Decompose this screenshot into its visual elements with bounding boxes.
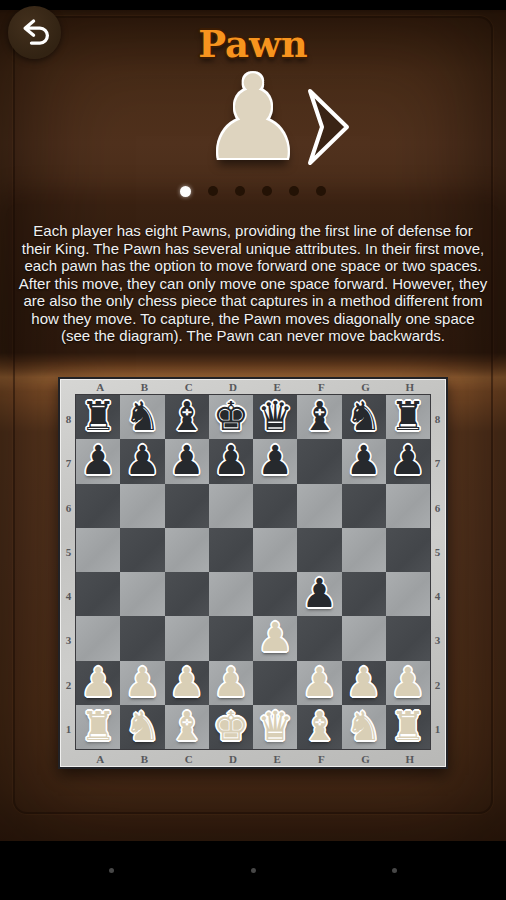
square-e3: ♟ [253, 616, 297, 660]
square-e4 [253, 572, 297, 616]
white-rook-h1: ♜ [390, 706, 426, 746]
white-bishop-f1: ♝ [301, 706, 337, 746]
rank-label-4: 4 [62, 574, 75, 618]
hero-section: ♟ [0, 68, 506, 188]
square-d3 [209, 616, 253, 660]
android-nav-bar [0, 841, 506, 900]
file-label-d: D [211, 752, 255, 766]
square-c7: ♟ [165, 439, 209, 483]
square-g6 [342, 484, 386, 528]
file-label-e: E [255, 380, 299, 394]
black-queen-e8: ♛ [257, 396, 293, 436]
square-b2: ♟ [120, 661, 164, 705]
square-b5 [120, 528, 164, 572]
white-pawn-a2: ♟ [80, 662, 116, 702]
square-f4: ♟ [297, 572, 341, 616]
white-knight-g1: ♞ [346, 706, 382, 746]
square-d1: ♚ [209, 705, 253, 749]
file-label-b: B [122, 380, 166, 394]
square-g4 [342, 572, 386, 616]
square-b6 [120, 484, 164, 528]
file-labels-top: ABCDEFGH [78, 380, 432, 394]
nav-home-dot[interactable] [251, 868, 256, 873]
square-c2: ♟ [165, 661, 209, 705]
file-label-g: G [344, 380, 388, 394]
chevron-right-icon [303, 154, 351, 171]
square-a3 [76, 616, 120, 660]
square-c3 [165, 616, 209, 660]
white-pawn-e3: ♟ [257, 617, 293, 657]
file-label-f: F [299, 380, 343, 394]
square-g7: ♟ [342, 439, 386, 483]
file-label-h: H [388, 752, 432, 766]
page-dot-4[interactable] [262, 186, 272, 196]
file-label-a: A [78, 380, 122, 394]
square-d8: ♚ [209, 395, 253, 439]
rank-label-7: 7 [431, 441, 444, 485]
square-a8: ♜ [76, 395, 120, 439]
white-pawn-g2: ♟ [346, 662, 382, 702]
white-pawn-d2: ♟ [213, 662, 249, 702]
black-pawn-a7: ♟ [80, 440, 116, 480]
page-dot-2[interactable] [208, 186, 218, 196]
square-h4 [386, 572, 430, 616]
page-dot-5[interactable] [289, 186, 299, 196]
square-a6 [76, 484, 120, 528]
square-d4 [209, 572, 253, 616]
page-dot-3[interactable] [235, 186, 245, 196]
file-labels-bottom: ABCDEFGH [78, 752, 432, 766]
black-rook-h8: ♜ [390, 396, 426, 436]
square-g2: ♟ [342, 661, 386, 705]
hero-pawn-image: ♟ [0, 60, 506, 176]
square-g1: ♞ [342, 705, 386, 749]
rank-labels-right: 87654321 [431, 397, 444, 751]
black-rook-a8: ♜ [80, 396, 116, 436]
black-king-d8: ♚ [213, 396, 249, 436]
white-pawn-b2: ♟ [124, 662, 160, 702]
square-h8: ♜ [386, 395, 430, 439]
square-a5 [76, 528, 120, 572]
square-e1: ♛ [253, 705, 297, 749]
file-label-c: C [167, 380, 211, 394]
square-h7: ♟ [386, 439, 430, 483]
square-f7 [297, 439, 341, 483]
square-e2 [253, 661, 297, 705]
file-label-e: E [255, 752, 299, 766]
square-f2: ♟ [297, 661, 341, 705]
square-f8: ♝ [297, 395, 341, 439]
white-pawn-f2: ♟ [301, 662, 337, 702]
square-b3 [120, 616, 164, 660]
page-dot-1[interactable] [180, 186, 191, 197]
square-g3 [342, 616, 386, 660]
chess-board: ABCDEFGH ABCDEFGH 87654321 87654321 ♜♞♝♚… [58, 377, 448, 769]
square-b1: ♞ [120, 705, 164, 749]
file-label-b: B [122, 752, 166, 766]
board-grid: ♜♞♝♚♛♝♞♜♟♟♟♟♟♟♟♟♟♟♟♟♟♟♟♟♜♞♝♚♛♝♞♜ [76, 395, 430, 749]
rank-label-4: 4 [431, 574, 444, 618]
rank-label-7: 7 [62, 441, 75, 485]
square-d2: ♟ [209, 661, 253, 705]
description-text: Each player has eight Pawns, providing t… [17, 222, 489, 345]
rank-label-2: 2 [62, 663, 75, 707]
rank-label-6: 6 [62, 486, 75, 530]
nav-back-dot[interactable] [109, 868, 114, 873]
square-a7: ♟ [76, 439, 120, 483]
rank-labels-left: 87654321 [62, 397, 75, 751]
square-d6 [209, 484, 253, 528]
white-bishop-c1: ♝ [169, 706, 205, 746]
file-label-h: H [388, 380, 432, 394]
square-g8: ♞ [342, 395, 386, 439]
square-h6 [386, 484, 430, 528]
square-e7: ♟ [253, 439, 297, 483]
black-bishop-f8: ♝ [301, 396, 337, 436]
square-c4 [165, 572, 209, 616]
file-label-d: D [211, 380, 255, 394]
square-b7: ♟ [120, 439, 164, 483]
file-label-f: F [299, 752, 343, 766]
rank-label-3: 3 [431, 618, 444, 662]
black-pawn-b7: ♟ [124, 440, 160, 480]
back-icon [18, 14, 52, 52]
white-king-d1: ♚ [213, 706, 249, 746]
status-bar [0, 0, 506, 10]
rank-label-1: 1 [62, 707, 75, 751]
black-knight-b8: ♞ [124, 396, 160, 436]
rank-label-1: 1 [431, 707, 444, 751]
black-pawn-d7: ♟ [213, 440, 249, 480]
square-d7: ♟ [209, 439, 253, 483]
back-button[interactable] [8, 6, 61, 59]
rank-label-5: 5 [431, 530, 444, 574]
square-f6 [297, 484, 341, 528]
nav-recents-dot[interactable] [392, 868, 397, 873]
black-pawn-f4: ♟ [301, 573, 337, 613]
square-f3 [297, 616, 341, 660]
square-f1: ♝ [297, 705, 341, 749]
rank-label-5: 5 [62, 530, 75, 574]
square-a2: ♟ [76, 661, 120, 705]
rank-label-3: 3 [62, 618, 75, 662]
white-pawn-h2: ♟ [390, 662, 426, 702]
black-pawn-h7: ♟ [390, 440, 426, 480]
rank-label-2: 2 [431, 663, 444, 707]
square-b4 [120, 572, 164, 616]
square-c1: ♝ [165, 705, 209, 749]
black-pawn-e7: ♟ [257, 440, 293, 480]
white-rook-a1: ♜ [80, 706, 116, 746]
file-label-a: A [78, 752, 122, 766]
square-c5 [165, 528, 209, 572]
square-e8: ♛ [253, 395, 297, 439]
square-a4 [76, 572, 120, 616]
square-f5 [297, 528, 341, 572]
black-pawn-c7: ♟ [169, 440, 205, 480]
square-c6 [165, 484, 209, 528]
page-indicator [0, 186, 506, 196]
square-e5 [253, 528, 297, 572]
rank-label-8: 8 [62, 397, 75, 441]
square-h1: ♜ [386, 705, 430, 749]
square-e6 [253, 484, 297, 528]
square-h3 [386, 616, 430, 660]
white-knight-b1: ♞ [124, 706, 160, 746]
black-bishop-c8: ♝ [169, 396, 205, 436]
page-dot-6[interactable] [316, 186, 326, 196]
black-pawn-g7: ♟ [346, 440, 382, 480]
white-pawn-c2: ♟ [169, 662, 205, 702]
file-label-g: G [344, 752, 388, 766]
square-g5 [342, 528, 386, 572]
square-c8: ♝ [165, 395, 209, 439]
file-label-c: C [167, 752, 211, 766]
square-h2: ♟ [386, 661, 430, 705]
square-h5 [386, 528, 430, 572]
square-b8: ♞ [120, 395, 164, 439]
square-a1: ♜ [76, 705, 120, 749]
rank-label-8: 8 [431, 397, 444, 441]
rank-label-6: 6 [431, 486, 444, 530]
square-d5 [209, 528, 253, 572]
next-button[interactable] [303, 86, 351, 168]
white-queen-e1: ♛ [257, 706, 293, 746]
black-knight-g8: ♞ [346, 396, 382, 436]
